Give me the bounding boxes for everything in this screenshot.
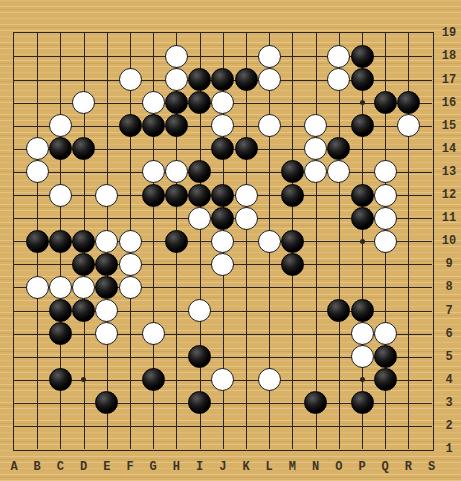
row-label: 17 bbox=[438, 74, 460, 86]
stone-black bbox=[188, 184, 211, 207]
stone-black bbox=[165, 184, 188, 207]
stone-white bbox=[397, 114, 420, 137]
stone-white bbox=[26, 160, 49, 183]
column-label: M bbox=[289, 461, 296, 473]
stone-black bbox=[49, 299, 72, 322]
stone-black bbox=[72, 230, 95, 253]
stone-white bbox=[374, 322, 397, 345]
stone-black bbox=[351, 207, 374, 230]
stone-white bbox=[374, 207, 397, 230]
stone-white bbox=[49, 184, 72, 207]
stone-white bbox=[235, 207, 258, 230]
stone-black bbox=[165, 91, 188, 114]
stone-white bbox=[258, 230, 281, 253]
column-label: P bbox=[358, 461, 365, 473]
row-label: 3 bbox=[438, 397, 460, 409]
stone-black bbox=[165, 230, 188, 253]
row-label: 10 bbox=[438, 235, 460, 247]
stone-white bbox=[211, 230, 234, 253]
column-label: N bbox=[312, 461, 319, 473]
stone-white bbox=[165, 45, 188, 68]
stone-white bbox=[95, 184, 118, 207]
column-label: Q bbox=[382, 461, 389, 473]
row-label: 13 bbox=[438, 166, 460, 178]
stone-black bbox=[281, 230, 304, 253]
row-label: 16 bbox=[438, 97, 460, 109]
stone-black bbox=[351, 299, 374, 322]
stone-white bbox=[165, 68, 188, 91]
stone-white bbox=[119, 68, 142, 91]
row-label: 19 bbox=[438, 27, 460, 39]
stone-white bbox=[351, 322, 374, 345]
row-label: 7 bbox=[438, 305, 460, 317]
column-label: B bbox=[34, 461, 41, 473]
stone-white bbox=[211, 253, 234, 276]
stone-white bbox=[142, 160, 165, 183]
stone-white bbox=[351, 345, 374, 368]
column-label: F bbox=[126, 461, 133, 473]
stone-white bbox=[188, 299, 211, 322]
row-label: 5 bbox=[438, 351, 460, 363]
stone-black bbox=[351, 184, 374, 207]
stone-black bbox=[165, 114, 188, 137]
stone-white bbox=[258, 45, 281, 68]
stone-black bbox=[188, 68, 211, 91]
stone-white bbox=[119, 276, 142, 299]
stone-white bbox=[258, 68, 281, 91]
stone-black bbox=[142, 368, 165, 391]
stone-black bbox=[351, 391, 374, 414]
stone-white bbox=[95, 230, 118, 253]
column-label: G bbox=[150, 461, 157, 473]
stone-black bbox=[49, 230, 72, 253]
stone-white bbox=[119, 230, 142, 253]
column-label: C bbox=[57, 461, 64, 473]
column-label: A bbox=[10, 461, 17, 473]
stone-black bbox=[72, 299, 95, 322]
stone-black bbox=[142, 114, 165, 137]
stone-black bbox=[95, 253, 118, 276]
row-label: 15 bbox=[438, 120, 460, 132]
stone-black bbox=[374, 91, 397, 114]
grid-line-horizontal bbox=[14, 426, 432, 427]
stone-black bbox=[119, 114, 142, 137]
row-label: 8 bbox=[438, 281, 460, 293]
stone-black bbox=[351, 68, 374, 91]
stone-white bbox=[49, 276, 72, 299]
row-label: 9 bbox=[438, 258, 460, 270]
stone-white bbox=[26, 137, 49, 160]
stone-white bbox=[142, 91, 165, 114]
column-label: E bbox=[103, 461, 110, 473]
column-label: H bbox=[173, 461, 180, 473]
stone-black bbox=[281, 184, 304, 207]
stone-white bbox=[119, 253, 142, 276]
stone-white bbox=[188, 207, 211, 230]
go-board[interactable]: ABCDEFGHIJKLMNOPQRS 19181716151413121110… bbox=[0, 0, 461, 481]
column-label: L bbox=[266, 461, 273, 473]
stone-white bbox=[258, 368, 281, 391]
stone-black bbox=[374, 345, 397, 368]
stone-white bbox=[142, 322, 165, 345]
row-label: 11 bbox=[438, 212, 460, 224]
stone-white bbox=[374, 184, 397, 207]
grid-line-vertical bbox=[316, 33, 317, 449]
row-label: 4 bbox=[438, 374, 460, 386]
star-point bbox=[360, 377, 365, 382]
stone-black bbox=[351, 114, 374, 137]
stone-black bbox=[142, 184, 165, 207]
stone-black bbox=[72, 253, 95, 276]
row-label: 14 bbox=[438, 143, 460, 155]
stone-white bbox=[26, 276, 49, 299]
column-label: O bbox=[335, 461, 342, 473]
row-label: 1 bbox=[438, 443, 460, 455]
grid-line-vertical bbox=[246, 33, 247, 449]
column-label: I bbox=[196, 461, 203, 473]
stone-black bbox=[235, 68, 258, 91]
stone-black bbox=[211, 207, 234, 230]
column-label: K bbox=[242, 461, 249, 473]
column-label: J bbox=[219, 461, 226, 473]
row-label: 18 bbox=[438, 50, 460, 62]
stone-black bbox=[26, 230, 49, 253]
star-point bbox=[360, 239, 365, 244]
stone-black bbox=[374, 368, 397, 391]
stone-white bbox=[374, 160, 397, 183]
stone-black bbox=[235, 137, 258, 160]
column-label: S bbox=[428, 461, 435, 473]
grid-line-vertical bbox=[339, 33, 340, 449]
stone-white bbox=[49, 114, 72, 137]
stone-black bbox=[49, 322, 72, 345]
column-label: R bbox=[405, 461, 412, 473]
row-label: 12 bbox=[438, 189, 460, 201]
stone-black bbox=[281, 253, 304, 276]
stone-black bbox=[397, 91, 420, 114]
stone-white bbox=[258, 114, 281, 137]
star-point bbox=[360, 100, 365, 105]
stone-white bbox=[235, 184, 258, 207]
stone-black bbox=[351, 45, 374, 68]
row-label: 6 bbox=[438, 328, 460, 340]
stone-white bbox=[72, 276, 95, 299]
stone-black bbox=[211, 184, 234, 207]
column-label: D bbox=[80, 461, 87, 473]
row-label: 2 bbox=[438, 420, 460, 432]
stone-white bbox=[374, 230, 397, 253]
